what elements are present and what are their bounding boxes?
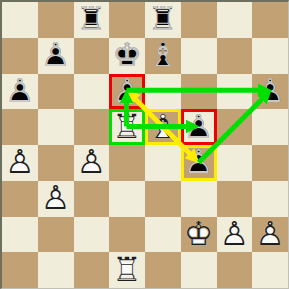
square-g2[interactable]: ♟♙ bbox=[217, 217, 253, 253]
square-b4[interactable] bbox=[38, 145, 74, 181]
black-rook-outline-icon: ♖ bbox=[148, 2, 178, 35]
piece-white-pawn[interactable]: ♟♙ bbox=[2, 145, 38, 181]
square-a7[interactable] bbox=[2, 38, 38, 74]
square-a4[interactable]: ♟♙ bbox=[2, 145, 38, 181]
square-h3[interactable] bbox=[252, 181, 288, 217]
square-f2[interactable]: ♚♔ bbox=[181, 217, 217, 253]
piece-white-pawn[interactable]: ♟♙ bbox=[74, 145, 110, 181]
square-g1[interactable] bbox=[217, 252, 253, 288]
square-f6[interactable] bbox=[181, 74, 217, 110]
piece-black-rook[interactable]: ♜♖ bbox=[74, 2, 110, 38]
piece-black-pawn[interactable]: ♟♙ bbox=[181, 145, 217, 181]
square-c6[interactable] bbox=[74, 74, 110, 110]
square-g4[interactable] bbox=[217, 145, 253, 181]
square-h5[interactable] bbox=[252, 109, 288, 145]
piece-white-pawn[interactable]: ♟♙ bbox=[252, 217, 288, 253]
piece-white-king[interactable]: ♚♔ bbox=[181, 217, 217, 253]
white-rook-outline-icon: ♖ bbox=[112, 253, 142, 286]
piece-black-pawn[interactable]: ♟♙ bbox=[38, 38, 74, 74]
piece-black-pawn[interactable]: ♟♙ bbox=[109, 74, 145, 110]
square-c1[interactable] bbox=[74, 252, 110, 288]
square-f4[interactable]: ♟♙ bbox=[181, 145, 217, 181]
black-pawn-outline-icon: ♙ bbox=[41, 38, 71, 71]
chess-board: ♜♖♜♖♟♙♚♔♝♗♟♙♟♙♟♙♜♖♝♗♟♙♟♙♟♙♟♙♟♙♚♔♟♙♟♙♜♖ bbox=[0, 0, 289, 289]
piece-white-pawn[interactable]: ♟♙ bbox=[38, 181, 74, 217]
square-g5[interactable] bbox=[217, 109, 253, 145]
piece-black-pawn[interactable]: ♟♙ bbox=[181, 109, 217, 145]
square-g3[interactable] bbox=[217, 181, 253, 217]
white-king-outline-icon: ♔ bbox=[184, 217, 214, 250]
square-e7[interactable]: ♝♗ bbox=[145, 38, 181, 74]
piece-black-bishop[interactable]: ♝♗ bbox=[145, 38, 181, 74]
square-d7[interactable]: ♚♔ bbox=[109, 38, 145, 74]
white-pawn-outline-icon: ♙ bbox=[41, 181, 71, 214]
square-h7[interactable] bbox=[252, 38, 288, 74]
square-e8[interactable]: ♜♖ bbox=[145, 2, 181, 38]
square-e5[interactable]: ♝♗ bbox=[145, 109, 181, 145]
square-a5[interactable] bbox=[2, 109, 38, 145]
square-a1[interactable] bbox=[2, 252, 38, 288]
square-f8[interactable] bbox=[181, 2, 217, 38]
piece-white-rook[interactable]: ♜♖ bbox=[109, 252, 145, 288]
square-b7[interactable]: ♟♙ bbox=[38, 38, 74, 74]
square-d4[interactable] bbox=[109, 145, 145, 181]
piece-black-king[interactable]: ♚♔ bbox=[109, 38, 145, 74]
square-a8[interactable] bbox=[2, 2, 38, 38]
square-c8[interactable]: ♜♖ bbox=[74, 2, 110, 38]
white-bishop-outline-icon: ♗ bbox=[148, 110, 178, 143]
square-h4[interactable] bbox=[252, 145, 288, 181]
square-f1[interactable] bbox=[181, 252, 217, 288]
square-d6[interactable]: ♟♙ bbox=[109, 74, 145, 110]
piece-black-pawn[interactable]: ♟♙ bbox=[252, 74, 288, 110]
square-e1[interactable] bbox=[145, 252, 181, 288]
square-e4[interactable] bbox=[145, 145, 181, 181]
square-h6[interactable]: ♟♙ bbox=[252, 74, 288, 110]
black-pawn-outline-icon: ♙ bbox=[255, 74, 285, 107]
square-e2[interactable] bbox=[145, 217, 181, 253]
white-rook-outline-icon: ♖ bbox=[112, 110, 142, 143]
square-b1[interactable] bbox=[38, 252, 74, 288]
square-b6[interactable] bbox=[38, 74, 74, 110]
piece-white-rook[interactable]: ♜♖ bbox=[109, 109, 145, 145]
square-g8[interactable] bbox=[217, 2, 253, 38]
white-pawn-outline-icon: ♙ bbox=[5, 145, 35, 178]
board-grid: ♜♖♜♖♟♙♚♔♝♗♟♙♟♙♟♙♜♖♝♗♟♙♟♙♟♙♟♙♟♙♚♔♟♙♟♙♜♖ bbox=[0, 0, 289, 289]
square-g7[interactable] bbox=[217, 38, 253, 74]
piece-white-pawn[interactable]: ♟♙ bbox=[217, 217, 253, 253]
black-bishop-outline-icon: ♗ bbox=[148, 38, 178, 71]
square-c5[interactable] bbox=[74, 109, 110, 145]
black-rook-outline-icon: ♖ bbox=[77, 2, 107, 35]
square-e6[interactable] bbox=[145, 74, 181, 110]
square-e3[interactable] bbox=[145, 181, 181, 217]
black-pawn-outline-icon: ♙ bbox=[112, 74, 142, 107]
square-a2[interactable] bbox=[2, 217, 38, 253]
black-pawn-outline-icon: ♙ bbox=[184, 110, 214, 143]
white-pawn-outline-icon: ♙ bbox=[220, 217, 250, 250]
square-f3[interactable] bbox=[181, 181, 217, 217]
white-pawn-outline-icon: ♙ bbox=[77, 145, 107, 178]
square-f5[interactable]: ♟♙ bbox=[181, 109, 217, 145]
square-d1[interactable]: ♜♖ bbox=[109, 252, 145, 288]
square-c4[interactable]: ♟♙ bbox=[74, 145, 110, 181]
square-h8[interactable] bbox=[252, 2, 288, 38]
square-d8[interactable] bbox=[109, 2, 145, 38]
black-pawn-outline-icon: ♙ bbox=[184, 145, 214, 178]
square-b8[interactable] bbox=[38, 2, 74, 38]
square-f7[interactable] bbox=[181, 38, 217, 74]
piece-black-pawn[interactable]: ♟♙ bbox=[2, 74, 38, 110]
white-pawn-outline-icon: ♙ bbox=[255, 217, 285, 250]
black-pawn-outline-icon: ♙ bbox=[5, 74, 35, 107]
square-a3[interactable] bbox=[2, 181, 38, 217]
piece-black-rook[interactable]: ♜♖ bbox=[145, 2, 181, 38]
square-a6[interactable]: ♟♙ bbox=[2, 74, 38, 110]
square-b3[interactable]: ♟♙ bbox=[38, 181, 74, 217]
square-g6[interactable] bbox=[217, 74, 253, 110]
square-h2[interactable]: ♟♙ bbox=[252, 217, 288, 253]
black-king-outline-icon: ♔ bbox=[112, 38, 142, 71]
square-b2[interactable] bbox=[38, 217, 74, 253]
square-d2[interactable] bbox=[109, 217, 145, 253]
square-c7[interactable] bbox=[74, 38, 110, 74]
square-h1[interactable] bbox=[252, 252, 288, 288]
square-d3[interactable] bbox=[109, 181, 145, 217]
piece-white-bishop[interactable]: ♝♗ bbox=[145, 109, 181, 145]
square-c2[interactable] bbox=[74, 217, 110, 253]
square-b5[interactable] bbox=[38, 109, 74, 145]
square-d5[interactable]: ♜♖ bbox=[109, 109, 145, 145]
square-c3[interactable] bbox=[74, 181, 110, 217]
